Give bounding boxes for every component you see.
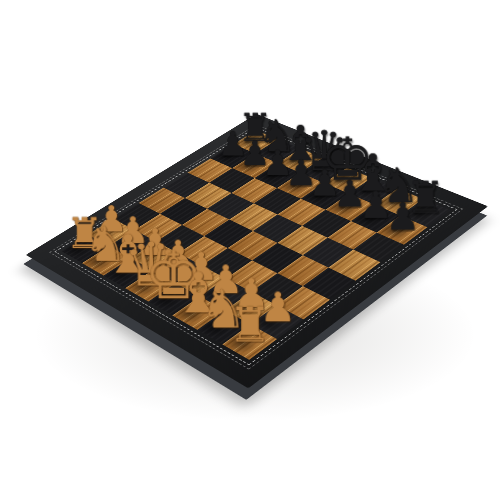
- piece-white-rook-h1[interactable]: ♜: [214, 301, 286, 349]
- piece-black-pawn-h7[interactable]: ♟: [370, 197, 436, 235]
- product-photo-stage: ♜♞♟♝♟♛♟♚♟♝♟♞♟♟♜♟♟♜♟♟♞♟♝♟♛♟♚♟♝♟♞♜: [0, 0, 500, 500]
